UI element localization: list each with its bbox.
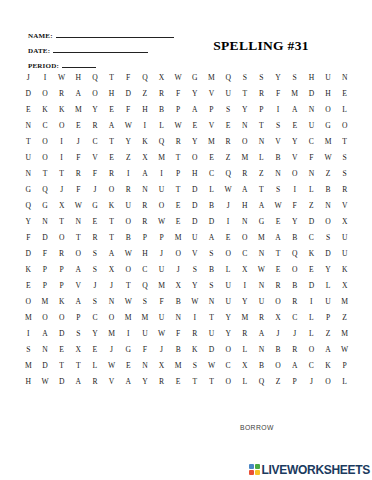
grid-cell-r7c16[interactable]: N	[270, 165, 287, 181]
grid-cell-r10c10[interactable]: E	[170, 213, 187, 229]
grid-cell-r16c4[interactable]: P	[70, 310, 87, 326]
grid-cell-r12c7[interactable]: W	[120, 246, 137, 262]
grid-cell-r6c11[interactable]: O	[186, 149, 203, 165]
grid-cell-r15c17[interactable]: R	[286, 294, 303, 310]
grid-cell-r5c10[interactable]: R	[170, 133, 187, 149]
grid-cell-r13c18[interactable]: E	[303, 262, 320, 278]
grid-cell-r18c18[interactable]: O	[303, 342, 320, 358]
grid-cell-r2c5[interactable]: O	[87, 85, 104, 101]
grid-cell-r18c13[interactable]: O	[220, 342, 237, 358]
grid-cell-r2c18[interactable]: D	[303, 85, 320, 101]
grid-cell-r13c8[interactable]: C	[137, 262, 154, 278]
grid-cell-r3c1[interactable]: E	[20, 101, 37, 117]
grid-cell-r13c4[interactable]: A	[70, 262, 87, 278]
grid-cell-r20c1[interactable]: H	[20, 374, 37, 390]
grid-cell-r20c4[interactable]: A	[70, 374, 87, 390]
grid-cell-r5c15[interactable]: N	[253, 133, 270, 149]
grid-cell-r18c15[interactable]: N	[253, 342, 270, 358]
grid-cell-r12c3[interactable]: R	[53, 246, 70, 262]
grid-cell-r8c11[interactable]: D	[186, 181, 203, 197]
grid-cell-r4c8[interactable]: I	[137, 117, 154, 133]
grid-cell-r2c8[interactable]: Z	[137, 85, 154, 101]
grid-cell-r8c20[interactable]: R	[336, 181, 353, 197]
grid-cell-r18c8[interactable]: F	[137, 342, 154, 358]
grid-cell-r19c3[interactable]: T	[53, 358, 70, 374]
grid-cell-r3c10[interactable]: P	[170, 101, 187, 117]
grid-cell-r17c4[interactable]: S	[70, 326, 87, 342]
grid-cell-r9c11[interactable]: D	[186, 197, 203, 213]
grid-cell-r17c9[interactable]: W	[153, 326, 170, 342]
grid-cell-r8c2[interactable]: Q	[37, 181, 54, 197]
grid-cell-r2c2[interactable]: O	[37, 85, 54, 101]
grid-cell-r10c20[interactable]: X	[336, 213, 353, 229]
grid-cell-r9c4[interactable]: W	[70, 197, 87, 213]
grid-cell-r18c6[interactable]: J	[103, 342, 120, 358]
grid-cell-r3c4[interactable]: M	[70, 101, 87, 117]
grid-cell-r7c1[interactable]: N	[20, 165, 37, 181]
grid-cell-r16c6[interactable]: O	[103, 310, 120, 326]
grid-cell-r3c14[interactable]: Y	[236, 101, 253, 117]
grid-cell-r20c13[interactable]: O	[220, 374, 237, 390]
grid-cell-r10c7[interactable]: O	[120, 213, 137, 229]
grid-cell-r1c14[interactable]: S	[236, 69, 253, 85]
grid-cell-r3c17[interactable]: A	[286, 101, 303, 117]
grid-cell-r9c12[interactable]: B	[203, 197, 220, 213]
grid-cell-r19c10[interactable]: M	[170, 358, 187, 374]
grid-cell-r16c14[interactable]: M	[236, 310, 253, 326]
grid-cell-r7c14[interactable]: R	[236, 165, 253, 181]
grid-cell-r19c12[interactable]: W	[203, 358, 220, 374]
grid-cell-r16c5[interactable]: C	[87, 310, 104, 326]
grid-cell-r5c9[interactable]: Q	[153, 133, 170, 149]
grid-cell-r15c3[interactable]: K	[53, 294, 70, 310]
grid-cell-r1c6[interactable]: T	[103, 69, 120, 85]
grid-cell-r4c12[interactable]: V	[203, 117, 220, 133]
grid-cell-r1c11[interactable]: G	[186, 69, 203, 85]
grid-cell-r11c2[interactable]: D	[37, 229, 54, 245]
grid-cell-r11c1[interactable]: F	[20, 229, 37, 245]
grid-cell-r6c4[interactable]: F	[70, 149, 87, 165]
grid-cell-r14c19[interactable]: L	[320, 278, 337, 294]
grid-cell-r14c9[interactable]: M	[153, 278, 170, 294]
grid-cell-r7c4[interactable]: R	[70, 165, 87, 181]
grid-cell-r3c15[interactable]: P	[253, 101, 270, 117]
grid-cell-r2c4[interactable]: A	[70, 85, 87, 101]
grid-cell-r11c3[interactable]: O	[53, 229, 70, 245]
grid-cell-r6c16[interactable]: B	[270, 149, 287, 165]
grid-cell-r5c16[interactable]: V	[270, 133, 287, 149]
grid-cell-r13c3[interactable]: P	[53, 262, 70, 278]
grid-cell-r12c4[interactable]: O	[70, 246, 87, 262]
grid-cell-r16c2[interactable]: O	[37, 310, 54, 326]
grid-cell-r16c18[interactable]: L	[303, 310, 320, 326]
grid-cell-r4c15[interactable]: T	[253, 117, 270, 133]
grid-cell-r2c19[interactable]: H	[320, 85, 337, 101]
grid-cell-r20c14[interactable]: L	[236, 374, 253, 390]
grid-cell-r5c11[interactable]: Y	[186, 133, 203, 149]
name-input-line[interactable]	[56, 30, 174, 38]
grid-cell-r7c5[interactable]: F	[87, 165, 104, 181]
grid-cell-r7c18[interactable]: N	[303, 165, 320, 181]
grid-cell-r10c6[interactable]: T	[103, 213, 120, 229]
grid-cell-r15c5[interactable]: S	[87, 294, 104, 310]
grid-cell-r18c14[interactable]: L	[236, 342, 253, 358]
grid-cell-r6c12[interactable]: E	[203, 149, 220, 165]
grid-cell-r15c19[interactable]: U	[320, 294, 337, 310]
grid-cell-r9c9[interactable]: O	[153, 197, 170, 213]
grid-cell-r6c18[interactable]: F	[303, 149, 320, 165]
grid-cell-r11c13[interactable]: E	[220, 229, 237, 245]
grid-cell-r17c5[interactable]: Y	[87, 326, 104, 342]
grid-cell-r20c17[interactable]: P	[286, 374, 303, 390]
grid-cell-r5c13[interactable]: R	[220, 133, 237, 149]
grid-cell-r1c17[interactable]: S	[286, 69, 303, 85]
grid-cell-r10c12[interactable]: D	[203, 213, 220, 229]
grid-cell-r17c2[interactable]: A	[37, 326, 54, 342]
grid-cell-r18c16[interactable]: B	[270, 342, 287, 358]
grid-cell-r8c14[interactable]: A	[236, 181, 253, 197]
grid-cell-r11c18[interactable]: C	[303, 229, 320, 245]
grid-cell-r14c11[interactable]: Y	[186, 278, 203, 294]
grid-cell-r15c13[interactable]: U	[220, 294, 237, 310]
grid-cell-r14c10[interactable]: X	[170, 278, 187, 294]
grid-cell-r14c1[interactable]: E	[20, 278, 37, 294]
grid-cell-r5c6[interactable]: T	[103, 133, 120, 149]
grid-cell-r5c19[interactable]: M	[320, 133, 337, 149]
grid-cell-r7c6[interactable]: R	[103, 165, 120, 181]
grid-cell-r8c16[interactable]: S	[270, 181, 287, 197]
grid-cell-r9c18[interactable]: Z	[303, 197, 320, 213]
grid-cell-r16c20[interactable]: Z	[336, 310, 353, 326]
grid-cell-r10c14[interactable]: N	[236, 213, 253, 229]
grid-cell-r20c3[interactable]: D	[53, 374, 70, 390]
grid-cell-r4c6[interactable]: A	[103, 117, 120, 133]
grid-cell-r20c9[interactable]: R	[153, 374, 170, 390]
grid-cell-r12c11[interactable]: V	[186, 246, 203, 262]
grid-cell-r9c19[interactable]: N	[320, 197, 337, 213]
grid-cell-r14c16[interactable]: R	[270, 278, 287, 294]
grid-cell-r9c13[interactable]: J	[220, 197, 237, 213]
grid-cell-r3c19[interactable]: O	[320, 101, 337, 117]
grid-cell-r1c13[interactable]: Q	[220, 69, 237, 85]
grid-cell-r8c5[interactable]: J	[87, 181, 104, 197]
grid-cell-r6c14[interactable]: M	[236, 149, 253, 165]
grid-cell-r20c15[interactable]: Q	[253, 374, 270, 390]
grid-cell-r2c10[interactable]: F	[170, 85, 187, 101]
grid-cell-r4c11[interactable]: E	[186, 117, 203, 133]
grid-cell-r15c18[interactable]: I	[303, 294, 320, 310]
grid-cell-r5c7[interactable]: Y	[120, 133, 137, 149]
grid-cell-r8c8[interactable]: N	[137, 181, 154, 197]
grid-cell-r13c9[interactable]: U	[153, 262, 170, 278]
grid-cell-r1c16[interactable]: Y	[270, 69, 287, 85]
grid-cell-r8c17[interactable]: I	[286, 181, 303, 197]
grid-cell-r17c3[interactable]: D	[53, 326, 70, 342]
grid-cell-r14c13[interactable]: U	[220, 278, 237, 294]
grid-cell-r18c4[interactable]: X	[70, 342, 87, 358]
grid-cell-r16c11[interactable]: I	[186, 310, 203, 326]
grid-cell-r4c17[interactable]: E	[286, 117, 303, 133]
grid-cell-r19c4[interactable]: T	[70, 358, 87, 374]
grid-cell-r1c2[interactable]: I	[37, 69, 54, 85]
grid-cell-r16c16[interactable]: X	[270, 310, 287, 326]
grid-cell-r10c9[interactable]: W	[153, 213, 170, 229]
grid-cell-r11c7[interactable]: B	[120, 229, 137, 245]
grid-cell-r17c1[interactable]: I	[20, 326, 37, 342]
grid-cell-r10c19[interactable]: O	[320, 213, 337, 229]
grid-cell-r10c1[interactable]: Y	[20, 213, 37, 229]
grid-cell-r1c18[interactable]: H	[303, 69, 320, 85]
grid-cell-r17c12[interactable]: U	[203, 326, 220, 342]
grid-cell-r3c16[interactable]: I	[270, 101, 287, 117]
grid-cell-r16c3[interactable]: O	[53, 310, 70, 326]
grid-cell-r10c15[interactable]: G	[253, 213, 270, 229]
grid-cell-r20c2[interactable]: W	[37, 374, 54, 390]
grid-cell-r14c20[interactable]: X	[336, 278, 353, 294]
grid-cell-r11c5[interactable]: R	[87, 229, 104, 245]
grid-cell-r13c19[interactable]: Y	[320, 262, 337, 278]
grid-cell-r1c15[interactable]: S	[253, 69, 270, 85]
grid-cell-r19c2[interactable]: D	[37, 358, 54, 374]
grid-cell-r1c1[interactable]: J	[20, 69, 37, 85]
grid-cell-r13c11[interactable]: S	[186, 262, 203, 278]
grid-cell-r15c14[interactable]: Y	[236, 294, 253, 310]
grid-cell-r15c11[interactable]: W	[186, 294, 203, 310]
grid-cell-r7c12[interactable]: C	[203, 165, 220, 181]
grid-cell-r8c18[interactable]: L	[303, 181, 320, 197]
grid-cell-r20c18[interactable]: J	[303, 374, 320, 390]
grid-cell-r15c7[interactable]: W	[120, 294, 137, 310]
grid-cell-r12c2[interactable]: F	[37, 246, 54, 262]
grid-cell-r11c20[interactable]: U	[336, 229, 353, 245]
grid-cell-r17c15[interactable]: A	[253, 326, 270, 342]
grid-cell-r3c11[interactable]: A	[186, 101, 203, 117]
grid-cell-r3c13[interactable]: S	[220, 101, 237, 117]
grid-cell-r13c20[interactable]: K	[336, 262, 353, 278]
grid-cell-r1c9[interactable]: X	[153, 69, 170, 85]
grid-cell-r13c6[interactable]: X	[103, 262, 120, 278]
grid-cell-r9c6[interactable]: K	[103, 197, 120, 213]
grid-cell-r2c7[interactable]: D	[120, 85, 137, 101]
grid-cell-r15c9[interactable]: F	[153, 294, 170, 310]
grid-cell-r4c2[interactable]: C	[37, 117, 54, 133]
grid-cell-r18c5[interactable]: E	[87, 342, 104, 358]
grid-cell-r5c18[interactable]: C	[303, 133, 320, 149]
grid-cell-r12c20[interactable]: U	[336, 246, 353, 262]
grid-cell-r20c20[interactable]: L	[336, 374, 353, 390]
grid-cell-r16c1[interactable]: M	[20, 310, 37, 326]
grid-cell-r2c16[interactable]: F	[270, 85, 287, 101]
grid-cell-r20c16[interactable]: Z	[270, 374, 287, 390]
grid-cell-r9c8[interactable]: R	[137, 197, 154, 213]
grid-cell-r19c19[interactable]: K	[320, 358, 337, 374]
grid-cell-r13c1[interactable]: K	[20, 262, 37, 278]
grid-cell-r2c1[interactable]: D	[20, 85, 37, 101]
grid-cell-r5c4[interactable]: J	[70, 133, 87, 149]
grid-cell-r8c6[interactable]: O	[103, 181, 120, 197]
grid-cell-r2c3[interactable]: R	[53, 85, 70, 101]
grid-cell-r17c19[interactable]: Z	[320, 326, 337, 342]
grid-cell-r12c15[interactable]: N	[253, 246, 270, 262]
grid-cell-r12c1[interactable]: D	[20, 246, 37, 262]
grid-cell-r18c3[interactable]: E	[53, 342, 70, 358]
grid-cell-r17c6[interactable]: M	[103, 326, 120, 342]
grid-cell-r11c10[interactable]: M	[170, 229, 187, 245]
grid-cell-r13c2[interactable]: P	[37, 262, 54, 278]
grid-cell-r6c17[interactable]: V	[286, 149, 303, 165]
grid-cell-r6c1[interactable]: U	[20, 149, 37, 165]
grid-cell-r12c17[interactable]: Q	[286, 246, 303, 262]
grid-cell-r3c18[interactable]: N	[303, 101, 320, 117]
grid-cell-r11c14[interactable]: O	[236, 229, 253, 245]
grid-cell-r17c10[interactable]: F	[170, 326, 187, 342]
grid-cell-r8c10[interactable]: T	[170, 181, 187, 197]
grid-cell-r9c14[interactable]: H	[236, 197, 253, 213]
grid-cell-r6c9[interactable]: M	[153, 149, 170, 165]
grid-cell-r6c5[interactable]: V	[87, 149, 104, 165]
grid-cell-r6c19[interactable]: W	[320, 149, 337, 165]
grid-cell-r18c11[interactable]: K	[186, 342, 203, 358]
grid-cell-r3c3[interactable]: K	[53, 101, 70, 117]
grid-cell-r20c8[interactable]: Y	[137, 374, 154, 390]
grid-cell-r2c12[interactable]: V	[203, 85, 220, 101]
grid-cell-r8c3[interactable]: J	[53, 181, 70, 197]
grid-cell-r14c7[interactable]: T	[120, 278, 137, 294]
grid-cell-r10c11[interactable]: D	[186, 213, 203, 229]
grid-cell-r7c3[interactable]: T	[53, 165, 70, 181]
grid-cell-r15c12[interactable]: N	[203, 294, 220, 310]
grid-cell-r20c12[interactable]: T	[203, 374, 220, 390]
grid-cell-r11c19[interactable]: S	[320, 229, 337, 245]
grid-cell-r15c10[interactable]: B	[170, 294, 187, 310]
grid-cell-r6c10[interactable]: T	[170, 149, 187, 165]
grid-cell-r18c17[interactable]: R	[286, 342, 303, 358]
grid-cell-r10c18[interactable]: D	[303, 213, 320, 229]
grid-cell-r17c8[interactable]: U	[137, 326, 154, 342]
grid-cell-r8c13[interactable]: W	[220, 181, 237, 197]
grid-cell-r17c14[interactable]: R	[236, 326, 253, 342]
grid-cell-r8c19[interactable]: B	[320, 181, 337, 197]
grid-cell-r12c12[interactable]: S	[203, 246, 220, 262]
grid-cell-r2c17[interactable]: M	[286, 85, 303, 101]
grid-cell-r14c6[interactable]: J	[103, 278, 120, 294]
grid-cell-r1c12[interactable]: M	[203, 69, 220, 85]
grid-cell-r16c17[interactable]: C	[286, 310, 303, 326]
grid-cell-r11c11[interactable]: U	[186, 229, 203, 245]
grid-cell-r7c2[interactable]: T	[37, 165, 54, 181]
grid-cell-r1c8[interactable]: Q	[137, 69, 154, 85]
grid-cell-r12c18[interactable]: K	[303, 246, 320, 262]
grid-cell-r6c20[interactable]: S	[336, 149, 353, 165]
grid-cell-r19c13[interactable]: C	[220, 358, 237, 374]
grid-cell-r14c18[interactable]: D	[303, 278, 320, 294]
grid-cell-r7c13[interactable]: Q	[220, 165, 237, 181]
grid-cell-r1c3[interactable]: W	[53, 69, 70, 85]
grid-cell-r12c19[interactable]: D	[320, 246, 337, 262]
grid-cell-r3c2[interactable]: K	[37, 101, 54, 117]
grid-cell-r18c7[interactable]: G	[120, 342, 137, 358]
grid-cell-r6c6[interactable]: E	[103, 149, 120, 165]
grid-cell-r4c16[interactable]: S	[270, 117, 287, 133]
grid-cell-r9c10[interactable]: E	[170, 197, 187, 213]
grid-cell-r7c9[interactable]: I	[153, 165, 170, 181]
grid-cell-r16c12[interactable]: T	[203, 310, 220, 326]
grid-cell-r20c19[interactable]: O	[320, 374, 337, 390]
grid-cell-r3c7[interactable]: F	[120, 101, 137, 117]
grid-cell-r13c17[interactable]: O	[286, 262, 303, 278]
grid-cell-r18c19[interactable]: A	[320, 342, 337, 358]
grid-cell-r1c20[interactable]: N	[336, 69, 353, 85]
grid-cell-r2c13[interactable]: U	[220, 85, 237, 101]
grid-cell-r18c2[interactable]: N	[37, 342, 54, 358]
grid-cell-r5c8[interactable]: K	[137, 133, 154, 149]
grid-cell-r19c11[interactable]: S	[186, 358, 203, 374]
grid-cell-r19c14[interactable]: X	[236, 358, 253, 374]
grid-cell-r9c20[interactable]: V	[336, 197, 353, 213]
grid-cell-r9c16[interactable]: W	[270, 197, 287, 213]
grid-cell-r20c11[interactable]: T	[186, 374, 203, 390]
grid-cell-r4c19[interactable]: G	[320, 117, 337, 133]
grid-cell-r11c15[interactable]: M	[253, 229, 270, 245]
grid-cell-r17c18[interactable]: L	[303, 326, 320, 342]
grid-cell-r4c18[interactable]: U	[303, 117, 320, 133]
grid-cell-r14c14[interactable]: I	[236, 278, 253, 294]
grid-cell-r14c5[interactable]: J	[87, 278, 104, 294]
grid-cell-r1c10[interactable]: W	[170, 69, 187, 85]
grid-cell-r5c2[interactable]: O	[37, 133, 54, 149]
grid-cell-r20c5[interactable]: R	[87, 374, 104, 390]
grid-cell-r6c13[interactable]: Z	[220, 149, 237, 165]
grid-cell-r17c13[interactable]: Y	[220, 326, 237, 342]
grid-cell-r16c19[interactable]: P	[320, 310, 337, 326]
grid-cell-r18c1[interactable]: S	[20, 342, 37, 358]
grid-cell-r4c14[interactable]: N	[236, 117, 253, 133]
grid-cell-r14c15[interactable]: N	[253, 278, 270, 294]
grid-cell-r16c8[interactable]: M	[137, 310, 154, 326]
grid-cell-r18c12[interactable]: D	[203, 342, 220, 358]
grid-cell-r6c15[interactable]: L	[253, 149, 270, 165]
grid-cell-r20c7[interactable]: A	[120, 374, 137, 390]
grid-cell-r17c7[interactable]: I	[120, 326, 137, 342]
grid-cell-r5c14[interactable]: O	[236, 133, 253, 149]
grid-cell-r3c12[interactable]: P	[203, 101, 220, 117]
grid-cell-r6c8[interactable]: X	[137, 149, 154, 165]
grid-cell-r12c13[interactable]: O	[220, 246, 237, 262]
grid-cell-r7c19[interactable]: Z	[320, 165, 337, 181]
grid-cell-r9c2[interactable]: G	[37, 197, 54, 213]
grid-cell-r2c15[interactable]: R	[253, 85, 270, 101]
grid-cell-r17c11[interactable]: R	[186, 326, 203, 342]
grid-cell-r7c11[interactable]: H	[186, 165, 203, 181]
grid-cell-r13c14[interactable]: X	[236, 262, 253, 278]
grid-cell-r9c1[interactable]: Q	[20, 197, 37, 213]
grid-cell-r11c12[interactable]: A	[203, 229, 220, 245]
grid-cell-r17c16[interactable]: J	[270, 326, 287, 342]
grid-cell-r9c15[interactable]: A	[253, 197, 270, 213]
grid-cell-r13c12[interactable]: B	[203, 262, 220, 278]
grid-cell-r3c20[interactable]: L	[336, 101, 353, 117]
grid-cell-r17c20[interactable]: M	[336, 326, 353, 342]
grid-cell-r2c14[interactable]: T	[236, 85, 253, 101]
grid-cell-r10c13[interactable]: I	[220, 213, 237, 229]
grid-cell-r3c5[interactable]: Y	[87, 101, 104, 117]
grid-cell-r4c9[interactable]: L	[153, 117, 170, 133]
grid-cell-r11c8[interactable]: P	[137, 229, 154, 245]
grid-cell-r2c9[interactable]: R	[153, 85, 170, 101]
grid-cell-r10c4[interactable]: N	[70, 213, 87, 229]
grid-cell-r18c20[interactable]: W	[336, 342, 353, 358]
grid-cell-r2c6[interactable]: H	[103, 85, 120, 101]
